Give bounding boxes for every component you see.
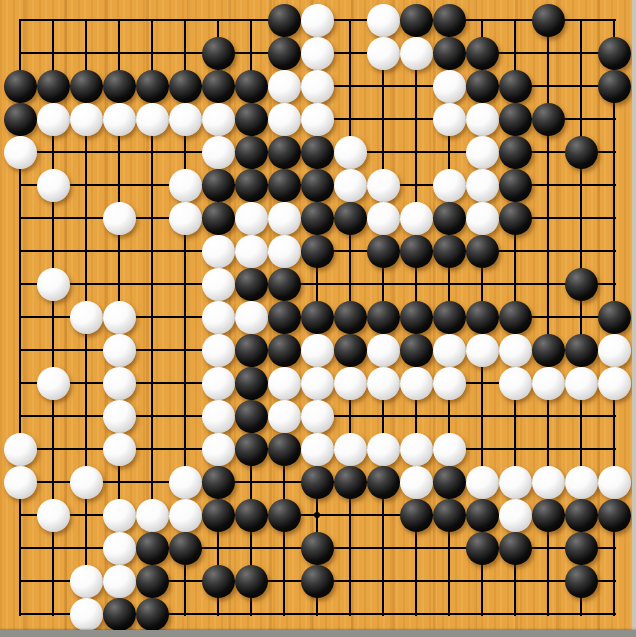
board-cell[interactable]: [268, 598, 301, 631]
board-cell[interactable]: [37, 334, 70, 367]
board-cell[interactable]: [400, 334, 433, 367]
board-cell[interactable]: [598, 268, 631, 301]
board-cell[interactable]: [400, 532, 433, 565]
board-cell[interactable]: [367, 400, 400, 433]
board-cell[interactable]: [136, 235, 169, 268]
board-cell[interactable]: [103, 532, 136, 565]
board-cell[interactable]: [499, 301, 532, 334]
board-cell[interactable]: [169, 169, 202, 202]
board-cell[interactable]: [367, 598, 400, 631]
board-cell[interactable]: [136, 103, 169, 136]
board-cell[interactable]: [301, 70, 334, 103]
board-cell[interactable]: [235, 268, 268, 301]
board-cell[interactable]: [235, 235, 268, 268]
board-cell[interactable]: [37, 202, 70, 235]
board-cell[interactable]: [334, 565, 367, 598]
board-cell[interactable]: [466, 598, 499, 631]
board-cell[interactable]: [433, 169, 466, 202]
board-cell[interactable]: [202, 136, 235, 169]
board-cell[interactable]: [367, 466, 400, 499]
board-cell[interactable]: [400, 169, 433, 202]
board-cell[interactable]: [202, 565, 235, 598]
board-cell[interactable]: [466, 301, 499, 334]
board-cell[interactable]: [532, 565, 565, 598]
board-cell[interactable]: [565, 499, 598, 532]
board-cell[interactable]: [400, 70, 433, 103]
board-cell[interactable]: [136, 268, 169, 301]
board-cell[interactable]: [202, 334, 235, 367]
board-cell[interactable]: [499, 4, 532, 37]
board-cell[interactable]: [598, 565, 631, 598]
board-cell[interactable]: [169, 268, 202, 301]
board-cell[interactable]: [367, 433, 400, 466]
board-cell[interactable]: [433, 103, 466, 136]
board-cell[interactable]: [37, 37, 70, 70]
board-cell[interactable]: [70, 37, 103, 70]
board-cell[interactable]: [136, 565, 169, 598]
board-cell[interactable]: [103, 169, 136, 202]
board-cell[interactable]: [103, 565, 136, 598]
board-cell[interactable]: [136, 499, 169, 532]
board-cell[interactable]: [136, 70, 169, 103]
board-cell[interactable]: [136, 334, 169, 367]
board-cell[interactable]: [598, 466, 631, 499]
board-cell[interactable]: [565, 532, 598, 565]
board-cell[interactable]: [433, 301, 466, 334]
board-cell[interactable]: [367, 334, 400, 367]
board-cell[interactable]: [565, 301, 598, 334]
board-cell[interactable]: [136, 301, 169, 334]
board-cell[interactable]: [532, 202, 565, 235]
board-cell[interactable]: [532, 499, 565, 532]
board-cell[interactable]: [499, 70, 532, 103]
board-cell[interactable]: [466, 268, 499, 301]
board-cell[interactable]: [532, 169, 565, 202]
board-cell[interactable]: [598, 169, 631, 202]
board-cell[interactable]: [565, 169, 598, 202]
board-cell[interactable]: [499, 565, 532, 598]
board-cell[interactable]: [367, 4, 400, 37]
board-cell[interactable]: [499, 433, 532, 466]
board-cell[interactable]: [367, 103, 400, 136]
board-cell[interactable]: [103, 4, 136, 37]
board-cell[interactable]: [136, 367, 169, 400]
board-cell[interactable]: [334, 598, 367, 631]
board-cell[interactable]: [598, 235, 631, 268]
board-cell[interactable]: [466, 367, 499, 400]
board-cell[interactable]: [433, 367, 466, 400]
board-cell[interactable]: [136, 433, 169, 466]
board-cell[interactable]: [400, 136, 433, 169]
board-cell[interactable]: [598, 202, 631, 235]
board-cell[interactable]: [598, 532, 631, 565]
board-cell[interactable]: [400, 301, 433, 334]
board-cell[interactable]: [565, 598, 598, 631]
board-cell[interactable]: [268, 301, 301, 334]
board-cell[interactable]: [268, 565, 301, 598]
board-cell[interactable]: [169, 4, 202, 37]
board-cell[interactable]: [433, 598, 466, 631]
board-cell[interactable]: [598, 136, 631, 169]
board-cell[interactable]: [466, 334, 499, 367]
board-cell[interactable]: [268, 103, 301, 136]
board-cell[interactable]: [367, 565, 400, 598]
board-cell[interactable]: [70, 235, 103, 268]
board-cell[interactable]: [532, 103, 565, 136]
board-cell[interactable]: [334, 4, 367, 37]
board-cell[interactable]: [334, 400, 367, 433]
board-cell[interactable]: [136, 598, 169, 631]
board-cell[interactable]: [334, 532, 367, 565]
board-cell[interactable]: [4, 466, 37, 499]
board-cell[interactable]: [301, 334, 334, 367]
board-cell[interactable]: [169, 565, 202, 598]
board-cell[interactable]: [367, 136, 400, 169]
board-cell[interactable]: [169, 37, 202, 70]
board-cell[interactable]: [466, 532, 499, 565]
board-cell[interactable]: [598, 499, 631, 532]
board-cell[interactable]: [268, 136, 301, 169]
board-cell[interactable]: [532, 37, 565, 70]
board-cell[interactable]: [499, 334, 532, 367]
board-cell[interactable]: [202, 433, 235, 466]
board-cell[interactable]: [136, 466, 169, 499]
board-cell[interactable]: [301, 367, 334, 400]
board-cell[interactable]: [268, 70, 301, 103]
board-cell[interactable]: [598, 4, 631, 37]
board-cell[interactable]: [37, 235, 70, 268]
board-cell[interactable]: [235, 4, 268, 37]
board-cell[interactable]: [400, 103, 433, 136]
board-cell[interactable]: [70, 334, 103, 367]
board-cell[interactable]: [169, 202, 202, 235]
board-cell[interactable]: [301, 4, 334, 37]
board-cell[interactable]: [169, 367, 202, 400]
board-cell[interactable]: [334, 367, 367, 400]
board-cell[interactable]: [37, 301, 70, 334]
board-cell[interactable]: [367, 169, 400, 202]
board-cell[interactable]: [103, 367, 136, 400]
board-cell[interactable]: [70, 499, 103, 532]
board-cell[interactable]: [400, 565, 433, 598]
board-cell[interactable]: [565, 103, 598, 136]
board-cell[interactable]: [235, 532, 268, 565]
board-cell[interactable]: [499, 37, 532, 70]
board-cell[interactable]: [169, 334, 202, 367]
board-cell[interactable]: [433, 37, 466, 70]
board-cell[interactable]: [367, 532, 400, 565]
board-cell[interactable]: [4, 499, 37, 532]
board-cell[interactable]: [235, 103, 268, 136]
board-cell[interactable]: [103, 433, 136, 466]
board-cell[interactable]: [70, 202, 103, 235]
board-cell[interactable]: [268, 202, 301, 235]
board-cell[interactable]: [400, 433, 433, 466]
board-cell[interactable]: [466, 565, 499, 598]
board-cell[interactable]: [400, 37, 433, 70]
board-cell[interactable]: [532, 70, 565, 103]
board-cell[interactable]: [532, 235, 565, 268]
board-cell[interactable]: [598, 70, 631, 103]
board-cell[interactable]: [433, 334, 466, 367]
board-cell[interactable]: [268, 4, 301, 37]
board-cell[interactable]: [202, 466, 235, 499]
board-cell[interactable]: [70, 136, 103, 169]
board-cell[interactable]: [37, 367, 70, 400]
board-cell[interactable]: [235, 565, 268, 598]
board-cell[interactable]: [235, 202, 268, 235]
board-cell[interactable]: [169, 70, 202, 103]
board-cell[interactable]: [367, 235, 400, 268]
board-cell[interactable]: [136, 400, 169, 433]
board-cell[interactable]: [4, 235, 37, 268]
board-cell[interactable]: [301, 565, 334, 598]
board-cell[interactable]: [103, 136, 136, 169]
board-cell[interactable]: [235, 598, 268, 631]
board-cell[interactable]: [334, 169, 367, 202]
board-cell[interactable]: [268, 400, 301, 433]
board-cell[interactable]: [136, 532, 169, 565]
board-cell[interactable]: [202, 235, 235, 268]
board-cell[interactable]: [565, 268, 598, 301]
board-cell[interactable]: [37, 598, 70, 631]
board-cell[interactable]: [400, 598, 433, 631]
board-cell[interactable]: [400, 499, 433, 532]
board-cell[interactable]: [169, 235, 202, 268]
board-cell[interactable]: [499, 532, 532, 565]
board-cell[interactable]: [235, 466, 268, 499]
board-cell[interactable]: [4, 103, 37, 136]
board-cell[interactable]: [466, 202, 499, 235]
board-cell[interactable]: [466, 433, 499, 466]
board-cell[interactable]: [169, 136, 202, 169]
board-cell[interactable]: [598, 367, 631, 400]
board-cell[interactable]: [202, 367, 235, 400]
board-cell[interactable]: [301, 499, 334, 532]
board-cell[interactable]: [169, 598, 202, 631]
board-cell[interactable]: [499, 466, 532, 499]
board-cell[interactable]: [433, 136, 466, 169]
board-cell[interactable]: [433, 466, 466, 499]
board-cell[interactable]: [4, 334, 37, 367]
board-cell[interactable]: [334, 70, 367, 103]
board-cell[interactable]: [103, 301, 136, 334]
board-cell[interactable]: [367, 367, 400, 400]
board-cell[interactable]: [4, 136, 37, 169]
board-cell[interactable]: [37, 499, 70, 532]
board-cell[interactable]: [4, 367, 37, 400]
board-cell[interactable]: [334, 301, 367, 334]
board-cell[interactable]: [367, 268, 400, 301]
board-cell[interactable]: [499, 268, 532, 301]
board-cell[interactable]: [268, 367, 301, 400]
board-cell[interactable]: [532, 367, 565, 400]
board-cell[interactable]: [433, 532, 466, 565]
board-cell[interactable]: [499, 235, 532, 268]
board-cell[interactable]: [103, 70, 136, 103]
board-cell[interactable]: [301, 235, 334, 268]
board-cell[interactable]: [466, 37, 499, 70]
board-cell[interactable]: [532, 4, 565, 37]
board-cell[interactable]: [565, 466, 598, 499]
board-cell[interactable]: [466, 4, 499, 37]
board-cell[interactable]: [334, 37, 367, 70]
board-cell[interactable]: [400, 4, 433, 37]
board-cell[interactable]: [37, 268, 70, 301]
board-cell[interactable]: [499, 367, 532, 400]
board-cell[interactable]: [301, 37, 334, 70]
board-cell[interactable]: [334, 268, 367, 301]
board-cell[interactable]: [598, 598, 631, 631]
board-cell[interactable]: [235, 400, 268, 433]
board-cell[interactable]: [202, 400, 235, 433]
board-cell[interactable]: [136, 136, 169, 169]
board-cell[interactable]: [70, 598, 103, 631]
board-cell[interactable]: [202, 532, 235, 565]
board-cell[interactable]: [565, 202, 598, 235]
board-cell[interactable]: [565, 37, 598, 70]
board-cell[interactable]: [103, 334, 136, 367]
board-cell[interactable]: [466, 136, 499, 169]
board-cell[interactable]: [169, 301, 202, 334]
board-cell[interactable]: [37, 466, 70, 499]
board-cell[interactable]: [103, 466, 136, 499]
board-cell[interactable]: [268, 37, 301, 70]
board-cell[interactable]: [301, 136, 334, 169]
board-cell[interactable]: [400, 268, 433, 301]
board-cell[interactable]: [202, 4, 235, 37]
board-cell[interactable]: [532, 268, 565, 301]
board-cell[interactable]: [235, 334, 268, 367]
board-cell[interactable]: [103, 499, 136, 532]
board-cell[interactable]: [598, 301, 631, 334]
board-cell[interactable]: [202, 499, 235, 532]
board-cell[interactable]: [268, 433, 301, 466]
board-cell[interactable]: [565, 235, 598, 268]
board-cell[interactable]: [4, 433, 37, 466]
board-cell[interactable]: [565, 433, 598, 466]
board-cell[interactable]: [532, 598, 565, 631]
board-cell[interactable]: [202, 37, 235, 70]
board-cell[interactable]: [103, 202, 136, 235]
board-cell[interactable]: [268, 169, 301, 202]
board-cell[interactable]: [136, 169, 169, 202]
board-cell[interactable]: [268, 268, 301, 301]
board-cell[interactable]: [301, 466, 334, 499]
board-cell[interactable]: [532, 400, 565, 433]
board-cell[interactable]: [202, 202, 235, 235]
board-cell[interactable]: [301, 532, 334, 565]
board-cell[interactable]: [334, 433, 367, 466]
board-cell[interactable]: [37, 532, 70, 565]
board-cell[interactable]: [268, 499, 301, 532]
board-cell[interactable]: [301, 268, 334, 301]
board-cell[interactable]: [532, 334, 565, 367]
board-cell[interactable]: [499, 202, 532, 235]
board-cell[interactable]: [301, 169, 334, 202]
board-cell[interactable]: [433, 4, 466, 37]
board-cell[interactable]: [235, 301, 268, 334]
board-cell[interactable]: [301, 598, 334, 631]
board-cell[interactable]: [4, 268, 37, 301]
board-cell[interactable]: [70, 301, 103, 334]
board-cell[interactable]: [70, 466, 103, 499]
board-cell[interactable]: [598, 37, 631, 70]
board-cell[interactable]: [103, 598, 136, 631]
board-cell[interactable]: [103, 268, 136, 301]
board-cell[interactable]: [235, 499, 268, 532]
board-cell[interactable]: [400, 400, 433, 433]
board-cell[interactable]: [235, 169, 268, 202]
board-cell[interactable]: [334, 235, 367, 268]
board-cell[interactable]: [433, 433, 466, 466]
board-cell[interactable]: [433, 235, 466, 268]
board-cell[interactable]: [37, 103, 70, 136]
board-cell[interactable]: [532, 136, 565, 169]
board-cell[interactable]: [433, 70, 466, 103]
board-cell[interactable]: [4, 598, 37, 631]
board-cell[interactable]: [169, 103, 202, 136]
board-cell[interactable]: [565, 70, 598, 103]
board-cell[interactable]: [499, 103, 532, 136]
board-cell[interactable]: [37, 400, 70, 433]
board-cell[interactable]: [4, 202, 37, 235]
board-cell[interactable]: [433, 268, 466, 301]
board-cell[interactable]: [136, 202, 169, 235]
board-cell[interactable]: [37, 136, 70, 169]
board-cell[interactable]: [169, 433, 202, 466]
board-cell[interactable]: [70, 103, 103, 136]
board-cell[interactable]: [499, 136, 532, 169]
board-cell[interactable]: [334, 103, 367, 136]
board-cell[interactable]: [466, 169, 499, 202]
board-cell[interactable]: [169, 400, 202, 433]
board-cell[interactable]: [532, 433, 565, 466]
board-cell[interactable]: [301, 433, 334, 466]
board-cell[interactable]: [37, 4, 70, 37]
board-cell[interactable]: [367, 70, 400, 103]
board-cell[interactable]: [202, 103, 235, 136]
board-cell[interactable]: [70, 433, 103, 466]
board-cell[interactable]: [466, 466, 499, 499]
board-cell[interactable]: [532, 301, 565, 334]
board-cell[interactable]: [70, 400, 103, 433]
board-cell[interactable]: [268, 466, 301, 499]
board-cell[interactable]: [235, 367, 268, 400]
board-cell[interactable]: [70, 4, 103, 37]
board-cell[interactable]: [499, 169, 532, 202]
board-cell[interactable]: [367, 301, 400, 334]
board-cell[interactable]: [70, 565, 103, 598]
board-cell[interactable]: [37, 169, 70, 202]
board-cell[interactable]: [4, 532, 37, 565]
board-cell[interactable]: [433, 400, 466, 433]
board-cell[interactable]: [202, 268, 235, 301]
board-cell[interactable]: [499, 400, 532, 433]
board-cell[interactable]: [4, 301, 37, 334]
board-cell[interactable]: [334, 202, 367, 235]
board-cell[interactable]: [235, 433, 268, 466]
board-cell[interactable]: [169, 532, 202, 565]
board-cell[interactable]: [466, 499, 499, 532]
board-cell[interactable]: [301, 202, 334, 235]
board-cell[interactable]: [598, 433, 631, 466]
board-cell[interactable]: [70, 532, 103, 565]
board-cell[interactable]: [400, 466, 433, 499]
board-cell[interactable]: [4, 565, 37, 598]
board-cell[interactable]: [499, 499, 532, 532]
board-cell[interactable]: [400, 235, 433, 268]
